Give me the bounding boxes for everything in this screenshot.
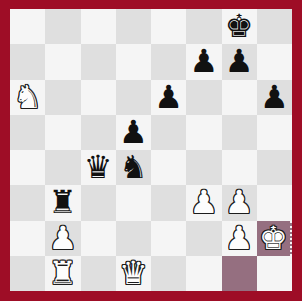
square-b5[interactable] [45,115,80,150]
square-h8[interactable] [257,9,292,44]
square-a7[interactable] [10,44,45,79]
square-b2[interactable]: ♟ [45,221,80,256]
black-pawn-piece[interactable]: ♟ [225,44,254,79]
square-g1[interactable] [222,256,257,291]
square-c4[interactable]: ♛ [81,150,116,185]
chess-board: ♚♟♟♞♟♟♟♛♞♜♟♟♟♟♚♜♛ [10,9,292,291]
square-b6[interactable] [45,80,80,115]
square-g7[interactable]: ♟ [222,44,257,79]
square-e1[interactable] [151,256,186,291]
square-g4[interactable] [222,150,257,185]
square-c1[interactable] [81,256,116,291]
black-pawn-piece[interactable]: ♟ [260,80,289,115]
square-f4[interactable] [186,150,221,185]
square-d1[interactable]: ♛ [116,256,151,291]
black-queen-piece[interactable]: ♛ [84,150,113,185]
square-c6[interactable] [81,80,116,115]
square-f5[interactable] [186,115,221,150]
square-a2[interactable] [10,221,45,256]
square-f8[interactable] [186,9,221,44]
square-f3[interactable]: ♟ [186,185,221,220]
white-pawn-piece[interactable]: ♟ [225,185,254,220]
square-c3[interactable] [81,185,116,220]
square-c7[interactable] [81,44,116,79]
square-a6[interactable]: ♞ [10,80,45,115]
square-f1[interactable] [186,256,221,291]
square-d7[interactable] [116,44,151,79]
square-g6[interactable] [222,80,257,115]
square-b7[interactable] [45,44,80,79]
square-e8[interactable] [151,9,186,44]
white-pawn-piece[interactable]: ♟ [190,185,219,220]
white-pawn-piece[interactable]: ♟ [225,221,254,256]
square-f6[interactable] [186,80,221,115]
square-d2[interactable] [116,221,151,256]
square-d8[interactable] [116,9,151,44]
white-knight-piece[interactable]: ♞ [13,80,42,115]
square-b1[interactable]: ♜ [45,256,80,291]
square-c8[interactable] [81,9,116,44]
square-c2[interactable] [81,221,116,256]
square-c5[interactable] [81,115,116,150]
square-e5[interactable] [151,115,186,150]
black-pawn-piece[interactable]: ♟ [154,80,183,115]
black-rook-piece[interactable]: ♜ [49,185,78,220]
square-e3[interactable] [151,185,186,220]
white-pawn-piece[interactable]: ♟ [49,221,78,256]
square-g5[interactable] [222,115,257,150]
square-g3[interactable]: ♟ [222,185,257,220]
square-e4[interactable] [151,150,186,185]
square-d3[interactable] [116,185,151,220]
square-e7[interactable] [151,44,186,79]
white-rook-piece[interactable]: ♜ [49,256,78,291]
square-h4[interactable] [257,150,292,185]
square-h2[interactable]: ♚ [257,221,292,256]
square-g2[interactable]: ♟ [222,221,257,256]
square-h5[interactable] [257,115,292,150]
square-a3[interactable] [10,185,45,220]
square-h6[interactable]: ♟ [257,80,292,115]
black-king-piece[interactable]: ♚ [225,9,254,44]
square-f2[interactable] [186,221,221,256]
square-h1[interactable] [257,256,292,291]
square-g8[interactable]: ♚ [222,9,257,44]
square-a4[interactable] [10,150,45,185]
square-d4[interactable]: ♞ [116,150,151,185]
white-queen-piece[interactable]: ♛ [119,256,148,291]
square-h7[interactable] [257,44,292,79]
square-e6[interactable]: ♟ [151,80,186,115]
square-b4[interactable] [45,150,80,185]
square-a1[interactable] [10,256,45,291]
square-e2[interactable] [151,221,186,256]
black-pawn-piece[interactable]: ♟ [190,44,219,79]
black-pawn-piece[interactable]: ♟ [119,115,148,150]
square-a5[interactable] [10,115,45,150]
square-b3[interactable]: ♜ [45,185,80,220]
square-h3[interactable] [257,185,292,220]
chess-board-frame: ♚♟♟♞♟♟♟♛♞♜♟♟♟♟♚♜♛ [0,0,302,301]
square-b8[interactable] [45,9,80,44]
square-d5[interactable]: ♟ [116,115,151,150]
black-knight-piece[interactable]: ♞ [119,150,148,185]
white-king-piece[interactable]: ♚ [259,221,288,256]
square-a8[interactable] [10,9,45,44]
square-d6[interactable] [116,80,151,115]
square-f7[interactable]: ♟ [186,44,221,79]
